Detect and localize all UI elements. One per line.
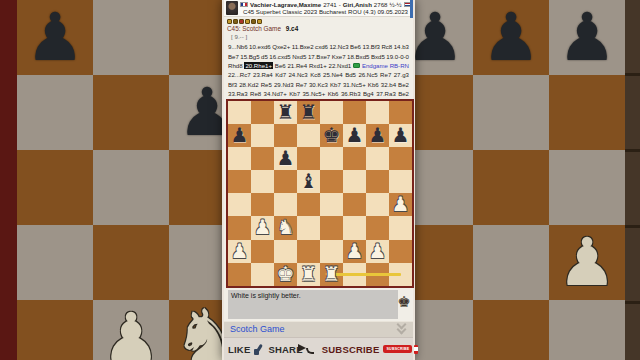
piece-black-pawn[interactable]: ♟ — [389, 124, 412, 147]
move-token[interactable]: 27.g3 — [394, 71, 409, 78]
piece-white-rook[interactable]: ♜ — [297, 263, 320, 286]
square-g4[interactable] — [366, 193, 389, 216]
opening-line: C45: Scotch Game 9.c4 — [224, 25, 413, 33]
medal-icon — [251, 19, 256, 24]
square-h3[interactable] — [389, 216, 412, 239]
piece-black-king[interactable]: ♚ — [320, 124, 343, 147]
square-a8[interactable] — [228, 101, 251, 124]
players-separator: - — [339, 1, 341, 8]
move-token[interactable]: Kd7 — [275, 71, 286, 78]
square-c1[interactable]: ♚ — [274, 263, 297, 286]
square-e8[interactable] — [320, 101, 343, 124]
move-token[interactable]: Bg4 — [363, 90, 374, 97]
background-black-pawn: ♟ — [557, 5, 616, 71]
move-token[interactable]: 19.0-0-0 — [386, 53, 409, 60]
move-token[interactable]: Be6 — [275, 62, 286, 69]
move-token[interactable]: 36.Rb3 — [341, 90, 361, 97]
move-token[interactable]: 35.Nc5+ — [302, 90, 325, 97]
move-token[interactable]: 31.Nc5+ — [343, 81, 366, 88]
move-token[interactable]: 30.Kc3 — [309, 81, 328, 88]
move-token[interactable]: 22.Nxd1 — [329, 62, 352, 69]
current-move[interactable]: 20.Rhe1+ — [244, 62, 273, 69]
square-c6[interactable]: ♟ — [274, 147, 297, 170]
move-token[interactable]: 21.Re4 — [287, 62, 307, 69]
background-square — [473, 225, 549, 300]
move-token[interactable]: 12.Nc3 — [329, 43, 348, 50]
square-e1[interactable]: ♜ — [320, 263, 343, 286]
square-g6[interactable] — [366, 147, 389, 170]
black-player-name: Giri,Anish — [343, 1, 372, 8]
square-b6[interactable] — [251, 147, 274, 170]
move-line: 33.Ra3Re834.Nd7+Kb735.Nc5+Kb636.Rb3Bg437… — [228, 89, 409, 98]
background-white-pawn: ♟ — [557, 230, 616, 296]
move-token[interactable]: 29.Nd3 — [274, 81, 294, 88]
move-token[interactable]: 16.cxd5 — [269, 53, 290, 60]
square-h2[interactable] — [389, 240, 412, 263]
move-token[interactable]: 14.b3 — [394, 43, 409, 50]
square-e2[interactable] — [320, 240, 343, 263]
square-g3[interactable] — [366, 216, 389, 239]
move-token[interactable]: cxd6 — [315, 43, 328, 50]
move-token[interactable]: Be6 — [350, 43, 361, 50]
square-d2[interactable] — [297, 240, 320, 263]
move-token[interactable]: Kb6 — [328, 90, 339, 97]
square-c2[interactable] — [274, 240, 297, 263]
square-h7[interactable]: ♟ — [389, 124, 412, 147]
players-line: Vachier-Lagrave,Maxime 2741 - Giri,Anish… — [240, 1, 411, 8]
square-c5[interactable] — [274, 170, 297, 193]
piece-black-bishop[interactable]: ♝ — [297, 170, 320, 193]
move-token[interactable]: d5 — [261, 53, 268, 60]
medal-icon — [239, 19, 244, 24]
opening-name-strip: Scotch Game — [224, 321, 413, 337]
background-square — [93, 150, 169, 225]
square-c7[interactable] — [274, 124, 297, 147]
move-token[interactable]: 32.b4 — [381, 81, 396, 88]
square-a7[interactable]: ♟ — [228, 124, 251, 147]
medal-icon — [245, 19, 250, 24]
background-black-pawn: ♟ — [481, 5, 540, 71]
background-white-pawn: ♟ — [101, 305, 160, 360]
piece-black-pawn[interactable]: ♟ — [228, 124, 251, 147]
move-token[interactable]: Qxe2+ — [272, 43, 290, 50]
game-header: Vachier-Lagrave,Maxime 2741 - Giri,Anish… — [224, 0, 413, 17]
move-token[interactable]: Rhd8 — [228, 62, 243, 69]
white-player-name: Vachier-Lagrave,Maxime — [250, 1, 321, 8]
youtube-icon[interactable] — [414, 345, 418, 354]
stage: 76543♟♟♟♟♟♟♟♞ Vachier-Lagrave,Maxime 274… — [0, 0, 640, 360]
move-token[interactable]: 11.Bxe2 — [292, 43, 314, 50]
piece-black-pawn[interactable]: ♟ — [274, 147, 297, 170]
background-square — [17, 150, 93, 225]
endgame-annotation[interactable]: Endgame RB-RN — [362, 62, 409, 69]
event-line: C45 Superbet Classic 2023 Bucharest ROU … — [240, 8, 411, 16]
square-c8[interactable]: ♜ — [274, 101, 297, 124]
piece-white-king[interactable]: ♚ — [274, 263, 297, 286]
square-a2[interactable]: ♟ — [228, 240, 251, 263]
move-token[interactable]: 18.Bxd5 — [347, 53, 369, 60]
background-square — [17, 300, 93, 360]
background-square — [17, 75, 93, 150]
square-a5[interactable] — [228, 170, 251, 193]
square-b5[interactable] — [251, 170, 274, 193]
background-square — [549, 75, 625, 150]
player-photo — [226, 1, 238, 15]
video-panel: Vachier-Lagrave,Maxime 2741 - Giri,Anish… — [222, 0, 415, 360]
square-e4[interactable] — [320, 193, 343, 216]
background-rank-strip — [0, 0, 17, 360]
move-line: Bf328.Kd2Re529.Nd3Re730.Kc3Kb731.Nc5+Kb6… — [228, 80, 409, 89]
move-token[interactable]: Kb6 — [368, 81, 379, 88]
square-e6[interactable] — [320, 147, 343, 170]
square-d5[interactable]: ♝ — [297, 170, 320, 193]
subscribe-button[interactable]: SUBSCRIBE — [322, 344, 380, 355]
square-e5[interactable] — [320, 170, 343, 193]
piece-white-pawn[interactable]: ♟ — [389, 193, 412, 216]
square-e3[interactable] — [320, 216, 343, 239]
square-a4[interactable] — [228, 193, 251, 216]
square-a6[interactable] — [228, 147, 251, 170]
move-line: 22...Rc723.Ra4Kd724.Nc3Kc825.Ne4Bd526.Nc… — [228, 70, 409, 79]
move-token[interactable]: Kb7 — [289, 90, 300, 97]
square-c4[interactable] — [274, 193, 297, 216]
square-b2[interactable] — [251, 240, 274, 263]
piece-white-pawn[interactable]: ♟ — [366, 240, 389, 263]
move-token[interactable]: Bd5 — [345, 71, 356, 78]
square-b7[interactable] — [251, 124, 274, 147]
game-result: ½-½ — [389, 1, 401, 8]
medal-icon — [227, 19, 232, 24]
move-token[interactable]: 28.Kd2 — [239, 81, 258, 88]
france-flag-icon — [240, 2, 248, 7]
move-token[interactable]: 10.exd6 — [249, 43, 271, 50]
background-square — [17, 225, 93, 300]
move-token[interactable]: Rxd1+ — [309, 62, 327, 69]
piece-black-pawn[interactable]: ♟ — [343, 124, 366, 147]
square-f7[interactable]: ♟ — [343, 124, 366, 147]
move-list: 9...Nb610.exd6Qxe2+11.Bxe2cxd612.Nc3Be61… — [224, 41, 413, 99]
evaluation-text: White is slightly better. — [228, 290, 398, 319]
move-token[interactable]: Be7 — [228, 53, 239, 60]
square-a1[interactable] — [228, 263, 251, 286]
square-f6[interactable] — [343, 147, 366, 170]
move-token[interactable]: Kc8 — [310, 71, 321, 78]
move-line: Be715.Bg5d516.cxd5Nxd517.Bxe7Kxe718.Bxd5… — [228, 51, 409, 60]
square-e7[interactable]: ♚ — [320, 124, 343, 147]
move-token[interactable]: 25.Ne4 — [323, 71, 343, 78]
move-token[interactable]: Re7 — [380, 71, 391, 78]
move-token[interactable]: Kxe7 — [332, 53, 346, 60]
board-frame: ♜♜♟♚♟♟♟♟♝♟♟♞♟♟♟♚♜♜ — [226, 99, 414, 288]
square-d1[interactable]: ♜ — [297, 263, 320, 286]
background-black-pawn: ♟ — [25, 5, 84, 71]
square-d4[interactable] — [297, 193, 320, 216]
subscribe-pill-button[interactable]: SUBSCRIBE — [383, 345, 412, 353]
square-h6[interactable] — [389, 147, 412, 170]
move-token[interactable]: Bxd5 — [371, 53, 385, 60]
move-token[interactable]: Be2 — [398, 81, 409, 88]
black-king-icon: ♚ — [398, 292, 411, 312]
background-square — [549, 300, 625, 360]
move-token[interactable]: Re5 — [261, 81, 272, 88]
scrollbar[interactable] — [410, 0, 413, 18]
background-square — [93, 0, 169, 75]
square-b3[interactable]: ♟ — [251, 216, 274, 239]
background-square — [93, 225, 169, 300]
square-h8[interactable] — [389, 101, 412, 124]
white-player-elo: 2741 — [323, 1, 337, 8]
move-token[interactable]: Bf3 — [228, 81, 237, 88]
chevrons-down-icon[interactable] — [397, 323, 407, 335]
medals-row — [224, 17, 413, 25]
square-b1[interactable] — [251, 263, 274, 286]
piece-black-rook[interactable]: ♜ — [274, 101, 297, 124]
background-board-edge — [625, 0, 640, 360]
square-g5[interactable] — [366, 170, 389, 193]
eco-opening-label: C45: Scotch Game — [227, 25, 281, 32]
medal-icon — [257, 19, 262, 24]
move-token[interactable]: 24.Nc3 — [288, 71, 307, 78]
piece-black-pawn[interactable]: ♟ — [366, 124, 389, 147]
background-square — [473, 300, 549, 360]
square-c3[interactable]: ♞ — [274, 216, 297, 239]
piece-white-pawn[interactable]: ♟ — [251, 216, 274, 239]
move-token[interactable]: 13.Bf3 — [362, 43, 380, 50]
square-g8[interactable] — [366, 101, 389, 124]
square-h5[interactable] — [389, 170, 412, 193]
square-f3[interactable] — [343, 216, 366, 239]
action-bar: LIKE SHARE SUBSCRIBE SUBSCRIBE — [224, 337, 413, 360]
piece-white-knight[interactable]: ♞ — [274, 216, 297, 239]
move-line: 9...Nb610.exd6Qxe2+11.Bxe2cxd612.Nc3Be61… — [228, 42, 409, 51]
square-b8[interactable] — [251, 101, 274, 124]
square-f2[interactable]: ♟ — [343, 240, 366, 263]
square-d7[interactable] — [297, 124, 320, 147]
move-token[interactable]: 26.Nc5 — [358, 71, 377, 78]
endgame-icon — [353, 63, 360, 68]
move-token[interactable]: Kb7 — [330, 81, 341, 88]
background-square — [473, 150, 549, 225]
like-button[interactable]: LIKE — [228, 344, 250, 355]
move-token[interactable]: Be2 — [398, 90, 409, 97]
move-token[interactable]: 15.Bg5 — [240, 53, 259, 60]
square-a3[interactable] — [228, 216, 251, 239]
square-g2[interactable]: ♟ — [366, 240, 389, 263]
background-square — [93, 75, 169, 150]
move-token[interactable]: 22...Rc7 — [228, 71, 251, 78]
move-token[interactable]: 9...Nb6 — [228, 43, 248, 50]
evaluation-row: White is slightly better. ♚ — [224, 288, 413, 321]
background-square — [473, 75, 549, 150]
move-token[interactable]: 17.Bxe7 — [308, 53, 330, 60]
move-token[interactable]: Nxd5 — [292, 53, 306, 60]
medal-icon — [233, 19, 238, 24]
move-token[interactable]: 34.Nd7+ — [264, 90, 287, 97]
piece-white-rook[interactable]: ♜ — [320, 263, 343, 286]
opening-name: Scotch Game — [224, 322, 413, 337]
piece-white-pawn[interactable]: ♟ — [343, 240, 366, 263]
piece-black-rook[interactable]: ♜ — [297, 101, 320, 124]
move-line: Rhd820.Rhe1+Be621.Re4Rxd1+22.Nxd1Endgame… — [228, 61, 409, 70]
background-square — [549, 150, 625, 225]
square-d8[interactable]: ♜ — [297, 101, 320, 124]
square-h4[interactable]: ♟ — [389, 193, 412, 216]
black-player-elo: 2768 — [374, 1, 388, 8]
square-f8[interactable] — [343, 101, 366, 124]
square-d3[interactable] — [297, 216, 320, 239]
square-f4[interactable] — [343, 193, 366, 216]
square-d6[interactable] — [297, 147, 320, 170]
square-g7[interactable]: ♟ — [366, 124, 389, 147]
square-b4[interactable] — [251, 193, 274, 216]
piece-white-pawn[interactable]: ♟ — [228, 240, 251, 263]
variation-bracket: [ 9.-- ] — [224, 33, 413, 41]
move-token[interactable]: 37.Ra3 — [376, 90, 396, 97]
move-token[interactable]: Re8 — [250, 90, 261, 97]
square-f5[interactable] — [343, 170, 366, 193]
opening-key-move[interactable]: 9.c4 — [286, 25, 298, 32]
move-token[interactable]: 23.Ra4 — [253, 71, 273, 78]
move-token[interactable]: Re7 — [296, 81, 307, 88]
move-token[interactable]: 33.Ra3 — [228, 90, 248, 97]
move-token[interactable]: Rc8 — [381, 43, 392, 50]
mini-board: ♜♜♟♚♟♟♟♟♝♟♟♞♟♟♟♚♜♜ — [228, 101, 412, 286]
